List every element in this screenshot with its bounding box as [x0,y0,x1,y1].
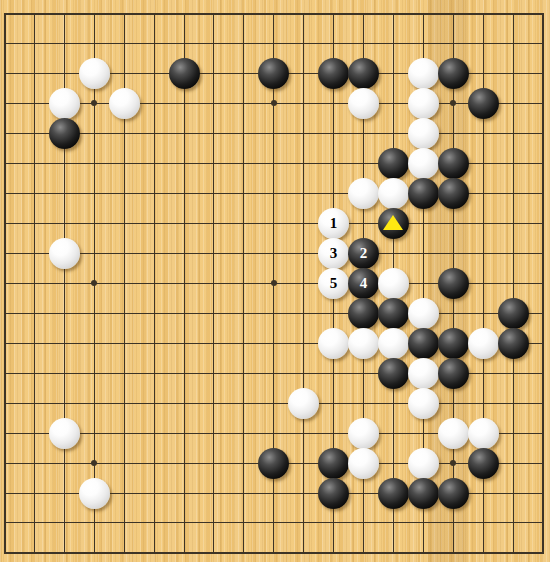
move-number-label: 3 [318,238,349,269]
white-stone [79,58,110,89]
white-stone [408,448,439,479]
black-stone [378,478,409,509]
black-stone [438,58,469,89]
white-stone [79,478,110,509]
grid-line-horizontal [4,522,545,523]
black-stone [318,58,349,89]
white-stone [49,418,80,449]
grid-line-horizontal [4,403,545,404]
white-stone [408,118,439,149]
white-stone [348,328,379,359]
white-stone [348,178,379,209]
white-stone [378,268,409,299]
black-stone [408,478,439,509]
black-stone [438,178,469,209]
black-stone [348,298,379,329]
go-board[interactable]: 12345 [0,0,550,562]
star-point [91,100,97,106]
move-number-label: 2 [348,238,379,269]
star-point [91,460,97,466]
black-stone [408,178,439,209]
white-stone [348,418,379,449]
black-stone [348,58,379,89]
grid-line-vertical [513,13,514,554]
black-stone [318,448,349,479]
white-stone [408,298,439,329]
triangle-marker [383,215,403,230]
black-stone [438,328,469,359]
white-stone [348,448,379,479]
white-stone [408,358,439,389]
star-point [271,100,277,106]
white-stone [408,388,439,419]
black-stone [438,268,469,299]
star-point [450,460,456,466]
black-stone [169,58,200,89]
go-app-window: 12345 [0,0,550,562]
black-stone [438,148,469,179]
white-stone [468,418,499,449]
black-stone [498,298,529,329]
white-stone [378,328,409,359]
black-stone [49,118,80,149]
white-stone [468,328,499,359]
move-number-label: 4 [348,268,379,299]
star-point [271,280,277,286]
star-point [450,100,456,106]
black-stone [258,448,289,479]
grid-line-vertical [303,13,304,554]
white-stone [408,58,439,89]
move-number-label: 1 [318,208,349,239]
white-stone [318,328,349,359]
grid-line-horizontal [4,313,545,314]
black-stone [258,58,289,89]
white-stone [408,88,439,119]
white-stone [49,88,80,119]
black-stone [468,88,499,119]
white-stone [438,418,469,449]
move-number-label: 5 [318,268,349,299]
black-stone [498,328,529,359]
grid-line-horizontal [4,552,545,554]
black-stone [378,298,409,329]
white-stone [109,88,140,119]
black-stone [378,148,409,179]
black-stone [438,358,469,389]
grid-line-vertical [542,13,544,554]
white-stone [348,88,379,119]
white-stone [378,178,409,209]
white-stone [49,238,80,269]
black-stone [468,448,499,479]
white-stone [408,148,439,179]
black-stone [438,478,469,509]
white-stone [288,388,319,419]
black-stone [378,358,409,389]
black-stone [408,328,439,359]
black-stone [318,478,349,509]
star-point [91,280,97,286]
